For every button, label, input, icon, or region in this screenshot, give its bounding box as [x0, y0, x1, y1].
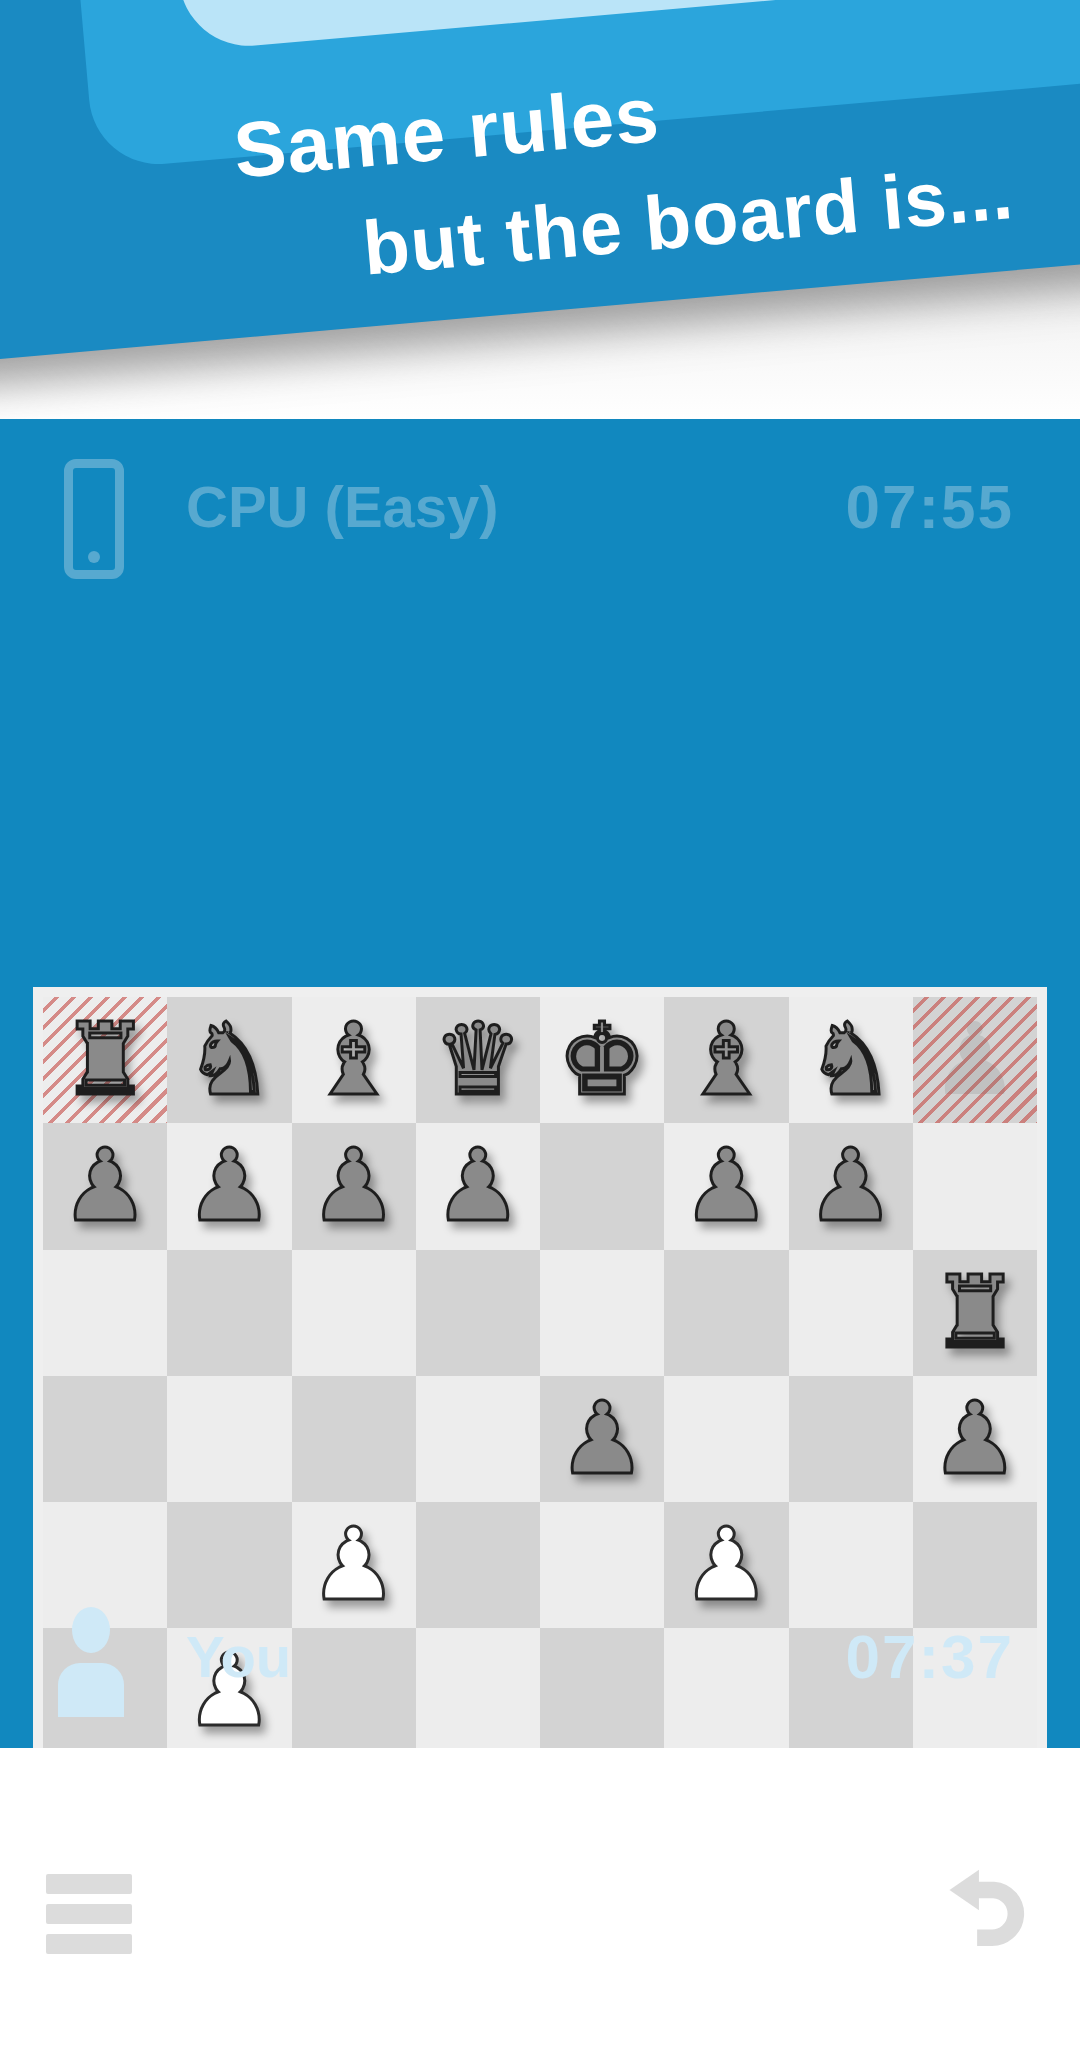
phone-icon-dot	[88, 551, 100, 563]
promo-card: Same rules but the board is...	[0, 0, 1080, 378]
player-clock: 07:37	[845, 1621, 1014, 1692]
square-a8[interactable]: ♜	[43, 997, 167, 1123]
black-pawn[interactable]: ♟	[309, 1136, 399, 1236]
square-h6[interactable]: ♜	[913, 1250, 1037, 1376]
black-king[interactable]: ♚	[557, 1010, 647, 1110]
square-h5[interactable]: ♟	[913, 1376, 1037, 1502]
square-b8[interactable]: ♞	[167, 997, 291, 1123]
player-row: You 07:37	[0, 1609, 1080, 1739]
square-e7[interactable]	[540, 1123, 664, 1249]
square-d7[interactable]: ♟	[416, 1123, 540, 1249]
black-rook[interactable]: ♜	[60, 1010, 150, 1110]
square-e5[interactable]: ♟	[540, 1376, 664, 1502]
person-icon	[58, 1607, 124, 1717]
screen: { "banner": { "line1": "Same rules", "li…	[0, 0, 1080, 2072]
square-b5[interactable]	[167, 1376, 291, 1502]
black-queen[interactable]: ♛	[433, 1010, 523, 1110]
player-name: You	[186, 1623, 291, 1690]
square-g8[interactable]: ♞	[789, 997, 913, 1123]
black-pawn[interactable]: ♟	[806, 1136, 896, 1236]
square-c5[interactable]	[292, 1376, 416, 1502]
square-a5[interactable]	[43, 1376, 167, 1502]
menu-button[interactable]	[46, 1874, 132, 1954]
black-knight[interactable]: ♞	[806, 1010, 896, 1110]
black-pawn[interactable]: ♟	[60, 1136, 150, 1236]
square-d8[interactable]: ♛	[416, 997, 540, 1123]
square-b7[interactable]: ♟	[167, 1123, 291, 1249]
opponent-row: CPU (Easy) 07:55	[0, 459, 1080, 589]
square-e6[interactable]	[540, 1250, 664, 1376]
black-pawn[interactable]: ♟	[930, 1389, 1020, 1489]
white-pawn[interactable]: ♟	[309, 1515, 399, 1615]
square-g6[interactable]	[789, 1250, 913, 1376]
square-c8[interactable]: ♝	[292, 997, 416, 1123]
black-knight[interactable]: ♞	[185, 1010, 275, 1110]
hamburger-menu-icon	[46, 1874, 132, 1894]
square-e8[interactable]: ♚	[540, 997, 664, 1123]
black-pawn[interactable]: ♟	[557, 1389, 647, 1489]
opponent-name: CPU (Easy)	[186, 473, 499, 540]
square-b6[interactable]	[167, 1250, 291, 1376]
square-f7[interactable]: ♟	[664, 1123, 788, 1249]
undo-arrow-icon	[944, 1866, 1036, 1958]
bottom-bar	[0, 1748, 1080, 2072]
square-a6[interactable]	[43, 1250, 167, 1376]
promo-banner: Same rules but the board is...	[0, 0, 1080, 420]
black-pawn[interactable]: ♟	[682, 1136, 772, 1236]
square-d5[interactable]	[416, 1376, 540, 1502]
black-pawn[interactable]: ♟	[185, 1136, 275, 1236]
white-pawn[interactable]: ♟	[682, 1515, 772, 1615]
black-bishop[interactable]: ♝	[682, 1010, 772, 1110]
game-panel: CPU (Easy) 07:55 ♜♞♝♛♚♝♞♟♟♟♟♟♟♟♜♟♟♟♟♟♟♟♟…	[0, 419, 1080, 1748]
square-f5[interactable]	[664, 1376, 788, 1502]
black-bishop[interactable]: ♝	[309, 1010, 399, 1110]
undo-button[interactable]	[944, 1866, 1036, 1958]
opponent-clock: 07:55	[845, 471, 1014, 542]
person-icon-body	[58, 1663, 124, 1717]
phone-icon	[64, 459, 124, 579]
black-pawn[interactable]: ♟	[433, 1136, 523, 1236]
square-c6[interactable]	[292, 1250, 416, 1376]
square-f8[interactable]: ♝	[664, 997, 788, 1123]
black-rook[interactable]: ♜	[930, 1263, 1020, 1363]
ghost-piece: ♟	[930, 1010, 1020, 1110]
square-g7[interactable]: ♟	[789, 1123, 913, 1249]
square-a7[interactable]: ♟	[43, 1123, 167, 1249]
square-d6[interactable]	[416, 1250, 540, 1376]
square-g5[interactable]	[789, 1376, 913, 1502]
person-icon-head	[72, 1607, 110, 1653]
square-f6[interactable]	[664, 1250, 788, 1376]
square-c7[interactable]: ♟	[292, 1123, 416, 1249]
square-h7[interactable]	[913, 1123, 1037, 1249]
square-h8[interactable]: ♟	[913, 997, 1037, 1123]
